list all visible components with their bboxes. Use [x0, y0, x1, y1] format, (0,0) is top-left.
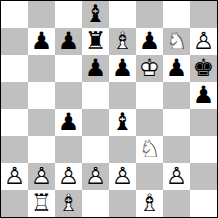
piece-black-pawn: ♟ [55, 109, 82, 136]
piece-white-pawn: ♙ [190, 28, 217, 55]
square-c1[interactable]: ♝♗ [55, 190, 82, 217]
square-a6[interactable] [1, 55, 28, 82]
piece-black-pawn: ♟ [136, 28, 163, 55]
square-e4[interactable]: ♝ [109, 109, 136, 136]
piece-black-bishop: ♝ [82, 1, 109, 28]
square-c6[interactable] [55, 55, 82, 82]
piece-black-pawn: ♟ [163, 55, 190, 82]
piece-black-pawn: ♟ [82, 55, 109, 82]
square-b3[interactable] [28, 136, 55, 163]
square-f6[interactable]: ♚♔ [136, 55, 163, 82]
square-b8[interactable] [28, 1, 55, 28]
square-f1[interactable]: ♝♗ [136, 190, 163, 217]
square-a7[interactable] [1, 28, 28, 55]
piece-black-pawn: ♟ [28, 28, 55, 55]
piece-white-pawn: ♙ [1, 163, 28, 190]
square-a2[interactable]: ♟♙ [1, 163, 28, 190]
piece-white-knight: ♘ [163, 28, 190, 55]
square-a8[interactable] [1, 1, 28, 28]
square-c4[interactable]: ♟ [55, 109, 82, 136]
square-d4[interactable] [82, 109, 109, 136]
square-c7[interactable]: ♟ [55, 28, 82, 55]
square-c2[interactable]: ♟♙ [55, 163, 82, 190]
square-d7[interactable]: ♜ [82, 28, 109, 55]
square-e2[interactable]: ♟♙ [109, 163, 136, 190]
square-h7[interactable]: ♟♙ [190, 28, 217, 55]
square-c3[interactable] [55, 136, 82, 163]
square-h1[interactable] [190, 190, 217, 217]
square-e8[interactable] [109, 1, 136, 28]
square-f8[interactable] [136, 1, 163, 28]
piece-white-rook: ♖ [28, 190, 55, 217]
square-g3[interactable] [163, 136, 190, 163]
square-b4[interactable] [28, 109, 55, 136]
square-g6[interactable]: ♟ [163, 55, 190, 82]
chess-board: ♝♟♟♜♝♗♟♞♘♟♙♟♟♚♔♟♚♟♟♝♞♘♟♙♟♙♟♙♟♙♟♙♟♙♜♖♝♗♝♗ [1, 1, 217, 217]
square-d1[interactable] [82, 190, 109, 217]
square-e7[interactable]: ♝♗ [109, 28, 136, 55]
square-a4[interactable] [1, 109, 28, 136]
square-b2[interactable]: ♟♙ [28, 163, 55, 190]
piece-white-knight: ♘ [136, 136, 163, 163]
piece-black-king: ♚ [190, 55, 217, 82]
square-e1[interactable] [109, 190, 136, 217]
piece-black-pawn: ♟ [109, 55, 136, 82]
piece-white-bishop: ♗ [109, 28, 136, 55]
square-f7[interactable]: ♟ [136, 28, 163, 55]
square-b1[interactable]: ♜♖ [28, 190, 55, 217]
square-c8[interactable] [55, 1, 82, 28]
square-e3[interactable] [109, 136, 136, 163]
square-b7[interactable]: ♟ [28, 28, 55, 55]
square-g1[interactable] [163, 190, 190, 217]
piece-black-pawn: ♟ [55, 28, 82, 55]
square-d3[interactable] [82, 136, 109, 163]
piece-white-pawn: ♙ [163, 163, 190, 190]
square-f5[interactable] [136, 82, 163, 109]
square-h3[interactable] [190, 136, 217, 163]
square-a1[interactable] [1, 190, 28, 217]
square-h6[interactable]: ♚ [190, 55, 217, 82]
piece-white-pawn: ♙ [55, 163, 82, 190]
square-g7[interactable]: ♞♘ [163, 28, 190, 55]
piece-white-bishop: ♗ [136, 190, 163, 217]
piece-black-pawn: ♟ [190, 82, 217, 109]
square-f2[interactable] [136, 163, 163, 190]
piece-white-king: ♔ [136, 55, 163, 82]
square-a5[interactable] [1, 82, 28, 109]
square-b5[interactable] [28, 82, 55, 109]
square-e6[interactable]: ♟ [109, 55, 136, 82]
square-f3[interactable]: ♞♘ [136, 136, 163, 163]
square-g8[interactable] [163, 1, 190, 28]
square-h8[interactable] [190, 1, 217, 28]
square-d2[interactable]: ♟♙ [82, 163, 109, 190]
square-g2[interactable]: ♟♙ [163, 163, 190, 190]
square-h5[interactable]: ♟ [190, 82, 217, 109]
chess-board-frame: ♝♟♟♜♝♗♟♞♘♟♙♟♟♚♔♟♚♟♟♝♞♘♟♙♟♙♟♙♟♙♟♙♟♙♜♖♝♗♝♗ [0, 0, 218, 218]
square-b6[interactable] [28, 55, 55, 82]
piece-white-pawn: ♙ [28, 163, 55, 190]
piece-black-rook: ♜ [82, 28, 109, 55]
square-g4[interactable] [163, 109, 190, 136]
piece-black-bishop: ♝ [109, 109, 136, 136]
piece-white-pawn: ♙ [109, 163, 136, 190]
square-f4[interactable] [136, 109, 163, 136]
piece-white-bishop: ♗ [55, 190, 82, 217]
square-d8[interactable]: ♝ [82, 1, 109, 28]
square-d6[interactable]: ♟ [82, 55, 109, 82]
square-h2[interactable] [190, 163, 217, 190]
square-c5[interactable] [55, 82, 82, 109]
square-e5[interactable] [109, 82, 136, 109]
piece-white-pawn: ♙ [82, 163, 109, 190]
square-h4[interactable] [190, 109, 217, 136]
square-d5[interactable] [82, 82, 109, 109]
square-g5[interactable] [163, 82, 190, 109]
square-a3[interactable] [1, 136, 28, 163]
